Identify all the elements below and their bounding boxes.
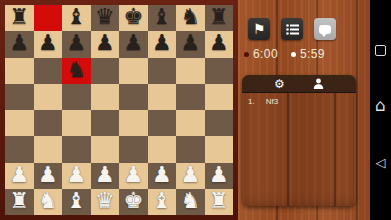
square-c2[interactable]: ♟ [62,163,91,189]
square-f6[interactable] [148,58,177,84]
square-h1[interactable]: ♜ [205,189,234,215]
move-list-button[interactable] [281,18,303,40]
flag-icon: ⚑ [253,22,266,36]
home-icon[interactable]: ⌂ [370,97,391,114]
square-d3[interactable] [91,136,120,162]
white-bishop: ♝ [66,190,86,212]
square-b4[interactable] [34,110,63,136]
square-a4[interactable] [5,110,34,136]
square-e4[interactable] [119,110,148,136]
square-b1[interactable]: ♞ [34,189,63,215]
square-g7[interactable]: ♟ [176,31,205,57]
square-e5[interactable] [119,84,148,110]
square-h2[interactable]: ♟ [205,163,234,189]
square-h4[interactable] [205,110,234,136]
square-g6[interactable] [176,58,205,84]
square-c5[interactable] [62,84,91,110]
square-f3[interactable] [148,136,177,162]
chess-board: ♜♝♛♚♝♞♜♟♟♟♟♟♟♟♟♞♟♟♟♟♟♟♟♟♜♞♝♛♚♝♞♜ [5,5,233,215]
square-e3[interactable] [119,136,148,162]
black-pawn: ♟ [9,32,29,54]
square-e8[interactable]: ♚ [119,5,148,31]
recents-icon[interactable] [375,45,386,56]
square-b8[interactable] [34,5,63,31]
square-b6[interactable] [34,58,63,84]
black-king: ♚ [123,6,143,28]
chess-app-screen: ♜♝♛♚♝♞♜♟♟♟♟♟♟♟♟♞♟♟♟♟♟♟♟♟♜♞♝♛♚♝♞♜ ⚑ 6:00 [0,0,391,220]
back-icon[interactable]: ◁ [370,156,391,169]
square-b3[interactable] [34,136,63,162]
square-h7[interactable]: ♟ [205,31,234,57]
android-navbar: ⌂ ◁ [370,0,391,220]
square-d8[interactable]: ♛ [91,5,120,31]
side-panel: ⚑ 6:00 5:59 [238,0,370,220]
square-a6[interactable] [5,58,34,84]
white-queen: ♛ [95,190,115,212]
square-f4[interactable] [148,110,177,136]
board-frame: ♜♝♛♚♝♞♜♟♟♟♟♟♟♟♟♞♟♟♟♟♟♟♟♟♜♞♝♛♚♝♞♜ [0,0,238,220]
square-d7[interactable]: ♟ [91,31,120,57]
square-d5[interactable] [91,84,120,110]
white-rook: ♜ [9,190,29,212]
square-b7[interactable]: ♟ [34,31,63,57]
move-san: Nf3 [266,97,278,106]
black-bishop: ♝ [66,6,86,28]
square-d1[interactable]: ♛ [91,189,120,215]
square-f1[interactable]: ♝ [148,189,177,215]
white-clock-time: 5:59 [300,47,325,61]
black-pawn: ♟ [38,32,58,54]
black-knight: ♞ [180,6,200,28]
white-bishop: ♝ [152,190,172,212]
square-b5[interactable] [34,84,63,110]
white-knight: ♞ [180,190,200,212]
white-pawn: ♟ [180,164,200,186]
square-e2[interactable]: ♟ [119,163,148,189]
square-g5[interactable] [176,84,205,110]
gear-icon[interactable]: ⚙ [274,78,285,90]
black-bishop: ♝ [152,6,172,28]
square-a5[interactable] [5,84,34,110]
square-h3[interactable] [205,136,234,162]
black-clock: 6:00 [244,47,278,61]
move-list-icon [286,24,299,35]
move-panel: ⚙ 1. Nf3 [242,75,356,206]
square-d4[interactable] [91,110,120,136]
square-g8[interactable]: ♞ [176,5,205,31]
white-king: ♚ [123,190,143,212]
person-icon[interactable] [313,78,324,89]
square-e7[interactable]: ♟ [119,31,148,57]
white-pawn: ♟ [209,164,229,186]
move-list-row: 1. Nf3 [242,93,356,110]
black-clock-dot [244,52,249,57]
black-pawn: ♟ [66,32,86,54]
square-a3[interactable] [5,136,34,162]
black-knight: ♞ [66,59,86,81]
square-d6[interactable] [91,58,120,84]
white-rook: ♜ [209,190,229,212]
square-e6[interactable] [119,58,148,84]
top-buttons: ⚑ [248,18,336,40]
black-pawn: ♟ [209,32,229,54]
square-c6[interactable]: ♞ [62,58,91,84]
white-pawn: ♟ [66,164,86,186]
square-b2[interactable]: ♟ [34,163,63,189]
move-panel-header: ⚙ [242,75,356,93]
white-pawn: ♟ [9,164,29,186]
square-g4[interactable] [176,110,205,136]
square-g2[interactable]: ♟ [176,163,205,189]
black-pawn: ♟ [123,32,143,54]
white-knight: ♞ [38,190,58,212]
clocks: 6:00 5:59 [244,47,325,61]
resign-flag-button[interactable]: ⚑ [248,18,270,40]
black-rook: ♜ [209,6,229,28]
square-a1[interactable]: ♜ [5,189,34,215]
white-clock: 5:59 [291,47,325,61]
black-pawn: ♟ [152,32,172,54]
chat-icon [319,25,331,34]
square-c8[interactable]: ♝ [62,5,91,31]
square-f8[interactable]: ♝ [148,5,177,31]
square-h5[interactable] [205,84,234,110]
black-pawn: ♟ [180,32,200,54]
white-clock-dot [291,52,296,57]
white-pawn: ♟ [95,164,115,186]
square-c4[interactable] [62,110,91,136]
black-pawn: ♟ [95,32,115,54]
square-f7[interactable]: ♟ [148,31,177,57]
square-f5[interactable] [148,84,177,110]
square-c3[interactable] [62,136,91,162]
white-pawn: ♟ [38,164,58,186]
square-a7[interactable]: ♟ [5,31,34,57]
square-a8[interactable]: ♜ [5,5,34,31]
square-a2[interactable]: ♟ [5,163,34,189]
black-rook: ♜ [9,6,29,28]
black-queen: ♛ [95,6,115,28]
square-g3[interactable] [176,136,205,162]
square-h6[interactable] [205,58,234,84]
move-number: 1. [248,97,255,106]
chat-button[interactable] [314,18,336,40]
square-h8[interactable]: ♜ [205,5,234,31]
white-pawn: ♟ [152,164,172,186]
square-d2[interactable]: ♟ [91,163,120,189]
square-c1[interactable]: ♝ [62,189,91,215]
square-f2[interactable]: ♟ [148,163,177,189]
square-e1[interactable]: ♚ [119,189,148,215]
black-clock-time: 6:00 [253,47,278,61]
white-pawn: ♟ [123,164,143,186]
square-g1[interactable]: ♞ [176,189,205,215]
square-c7[interactable]: ♟ [62,31,91,57]
